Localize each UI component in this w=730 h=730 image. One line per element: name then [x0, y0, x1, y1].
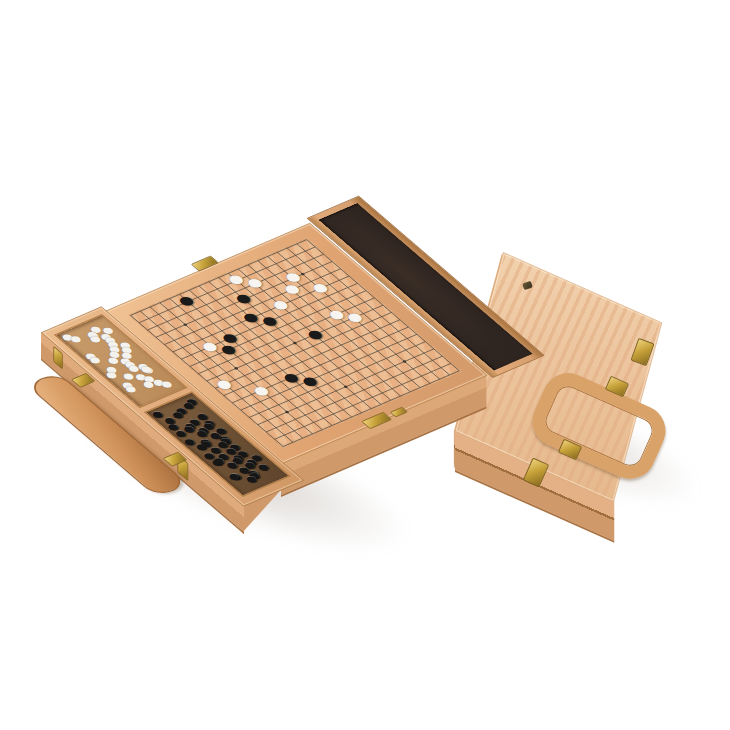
hoshi-point [300, 273, 305, 276]
scene: ●●●●●●●●●●●●●●●●●●●●●●●●●●●●●●●●●● ●●●●●… [0, 0, 730, 730]
hoshi-point [343, 385, 348, 388]
hoshi-point [242, 298, 247, 301]
hoshi-point [234, 367, 239, 370]
white-tray-stone: ● [158, 379, 175, 390]
hoshi-point [183, 323, 188, 326]
white-tray-stone: ● [86, 354, 103, 365]
white-tray-stone: ● [122, 383, 139, 394]
hoshi-point [285, 410, 290, 413]
hoshi-point [292, 341, 297, 344]
hoshi-point [351, 316, 356, 319]
white-tray-stone: ● [67, 333, 84, 344]
hoshi-point [402, 360, 407, 363]
